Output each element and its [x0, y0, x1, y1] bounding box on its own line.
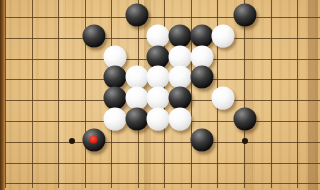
grid-line-vertical: [58, 0, 59, 188]
white-stone: [212, 87, 235, 110]
white-stone: [147, 66, 170, 89]
grid-line-vertical: [32, 0, 33, 188]
grid-line-horizontal: [5, 17, 320, 18]
grid-line-horizontal: [5, 183, 320, 184]
black-stone: [233, 108, 256, 131]
white-stone: [125, 66, 148, 89]
white-stone: [212, 24, 235, 47]
black-stone: [82, 128, 105, 151]
black-stone: [169, 24, 192, 47]
black-stone: [104, 66, 127, 89]
black-stone: [169, 87, 192, 110]
white-stone: [147, 24, 170, 47]
wood-grain-streak: [60, 0, 65, 190]
white-stone: [147, 108, 170, 131]
white-stone: [190, 45, 213, 68]
black-stone: [190, 66, 213, 89]
black-stone: [125, 108, 148, 131]
grid-line-horizontal: [5, 142, 320, 143]
grid-line-vertical: [297, 0, 298, 188]
grid-line-vertical: [271, 0, 272, 188]
black-stone: [125, 4, 148, 27]
grid-line-vertical: [244, 0, 245, 188]
white-stone: [169, 45, 192, 68]
black-stone: [82, 24, 105, 47]
white-stone: [104, 108, 127, 131]
black-stone: [233, 4, 256, 27]
white-stone: [125, 87, 148, 110]
wood-grain-streak: [245, 0, 253, 190]
white-stone: [147, 87, 170, 110]
black-stone: [190, 24, 213, 47]
black-stone: [104, 87, 127, 110]
white-stone: [104, 45, 127, 68]
grid-line-horizontal: [5, 163, 320, 164]
wood-grain-streak: [308, 0, 318, 190]
black-stone: [147, 45, 170, 68]
board-left-edge: [0, 0, 5, 190]
star-point: [242, 138, 248, 144]
grid-line-vertical: [5, 0, 6, 188]
game-board[interactable]: [0, 0, 320, 190]
star-point: [69, 138, 75, 144]
white-stone: [169, 108, 192, 131]
white-stone: [169, 66, 192, 89]
black-stone: [190, 128, 213, 151]
last-move-marker: [90, 136, 98, 144]
